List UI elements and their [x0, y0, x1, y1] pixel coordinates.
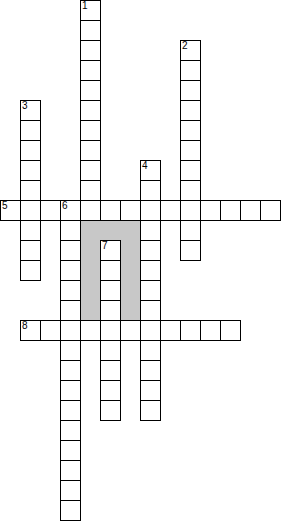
grid-cell[interactable] [60, 500, 81, 521]
grid-cell[interactable] [120, 200, 141, 221]
blocked-cell [80, 240, 101, 261]
grid-cell[interactable] [180, 180, 201, 201]
grid-cell[interactable] [140, 300, 161, 321]
grid-cell[interactable] [20, 200, 41, 221]
grid-cell[interactable] [100, 240, 121, 261]
grid-cell[interactable] [120, 320, 141, 341]
blocked-cell [120, 300, 141, 321]
grid-cell[interactable] [80, 20, 101, 41]
grid-cell[interactable] [60, 200, 81, 221]
grid-cell[interactable] [140, 320, 161, 341]
blocked-cell [80, 300, 101, 321]
blocked-cell [120, 220, 141, 241]
grid-cell[interactable] [100, 340, 121, 361]
grid-cell[interactable] [140, 280, 161, 301]
grid-cell[interactable] [100, 260, 121, 281]
grid-cell[interactable] [100, 320, 121, 341]
grid-cell[interactable] [140, 340, 161, 361]
grid-cell[interactable] [60, 280, 81, 301]
grid-cell[interactable] [80, 140, 101, 161]
grid-cell[interactable] [80, 60, 101, 81]
grid-cell[interactable] [180, 320, 201, 341]
blocked-cell [120, 240, 141, 261]
grid-cell[interactable] [60, 460, 81, 481]
grid-cell[interactable] [140, 360, 161, 381]
blocked-cell [120, 260, 141, 281]
grid-cell[interactable] [20, 240, 41, 261]
grid-cell[interactable] [100, 280, 121, 301]
grid-cell[interactable] [20, 260, 41, 281]
grid-cell[interactable] [20, 320, 41, 341]
blocked-cell [80, 260, 101, 281]
grid-cell[interactable] [200, 200, 221, 221]
grid-cell[interactable] [100, 400, 121, 421]
grid-cell[interactable] [20, 220, 41, 241]
grid-cell[interactable] [60, 420, 81, 441]
grid-cell[interactable] [200, 320, 221, 341]
blocked-cell [80, 280, 101, 301]
grid-cell[interactable] [20, 100, 41, 121]
crossword-board: 12345678 [0, 0, 281, 521]
grid-cell[interactable] [60, 320, 81, 341]
grid-cell[interactable] [80, 180, 101, 201]
grid-cell[interactable] [140, 160, 161, 181]
grid-cell[interactable] [180, 220, 201, 241]
grid-cell[interactable] [140, 180, 161, 201]
grid-cell[interactable] [60, 480, 81, 501]
grid-cell[interactable] [220, 200, 241, 221]
grid-cell[interactable] [60, 380, 81, 401]
grid-cell[interactable] [20, 180, 41, 201]
grid-cell[interactable] [260, 200, 281, 221]
grid-cell[interactable] [220, 320, 241, 341]
grid-cell[interactable] [180, 200, 201, 221]
grid-cell[interactable] [100, 380, 121, 401]
grid-cell[interactable] [240, 200, 261, 221]
grid-cell[interactable] [60, 260, 81, 281]
grid-cell[interactable] [60, 400, 81, 421]
blocked-cell [120, 280, 141, 301]
grid-cell[interactable] [80, 320, 101, 341]
grid-cell[interactable] [60, 340, 81, 361]
grid-cell[interactable] [100, 300, 121, 321]
grid-cell[interactable] [140, 400, 161, 421]
grid-cell[interactable] [60, 240, 81, 261]
grid-cell[interactable] [140, 380, 161, 401]
grid-cell[interactable] [40, 320, 61, 341]
grid-cell[interactable] [80, 100, 101, 121]
blocked-cell [80, 220, 101, 241]
grid-cell[interactable] [60, 220, 81, 241]
grid-cell[interactable] [160, 200, 181, 221]
grid-cell[interactable] [180, 60, 201, 81]
grid-cell[interactable] [80, 0, 101, 21]
blocked-cell [100, 220, 121, 241]
grid-cell[interactable] [60, 360, 81, 381]
grid-cell[interactable] [60, 440, 81, 461]
grid-cell[interactable] [80, 200, 101, 221]
grid-cell[interactable] [140, 220, 161, 241]
grid-cell[interactable] [100, 360, 121, 381]
grid-cell[interactable] [80, 160, 101, 181]
grid-cell[interactable] [0, 200, 21, 221]
grid-cell[interactable] [180, 100, 201, 121]
grid-cell[interactable] [180, 80, 201, 101]
grid-cell[interactable] [140, 260, 161, 281]
grid-cell[interactable] [20, 140, 41, 161]
grid-cell[interactable] [180, 160, 201, 181]
grid-cell[interactable] [180, 120, 201, 141]
grid-cell[interactable] [100, 200, 121, 221]
grid-cell[interactable] [20, 120, 41, 141]
grid-cell[interactable] [60, 300, 81, 321]
grid-cell[interactable] [180, 240, 201, 261]
grid-cell[interactable] [40, 200, 61, 221]
grid-cell[interactable] [20, 160, 41, 181]
grid-cell[interactable] [180, 40, 201, 61]
grid-cell[interactable] [140, 240, 161, 261]
grid-cell[interactable] [160, 320, 181, 341]
grid-cell[interactable] [80, 80, 101, 101]
grid-cell[interactable] [180, 140, 201, 161]
grid-cell[interactable] [80, 120, 101, 141]
grid-cell[interactable] [80, 40, 101, 61]
grid-cell[interactable] [140, 200, 161, 221]
